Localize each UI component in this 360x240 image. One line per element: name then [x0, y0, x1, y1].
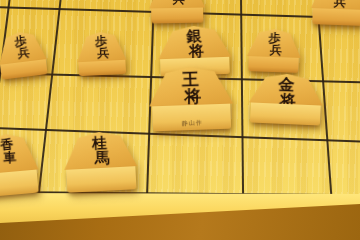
piece-pawn-left[interactable]: 歩兵: [0, 29, 49, 80]
piece-king[interactable]: 王将 静山作: [148, 66, 234, 132]
piece-pawn-far-center[interactable]: 歩兵: [149, 0, 206, 23]
piece-pawn-mid-right[interactable]: 歩兵: [246, 28, 301, 73]
maker-signature: 静山作: [152, 116, 231, 130]
board-front-edge: [0, 192, 360, 226]
piece-front-face: [250, 102, 320, 125]
piece-front-face: 静山作: [152, 104, 232, 132]
piece-top-face: 金将: [249, 72, 324, 105]
piece-top-face: 香車: [0, 132, 39, 175]
piece-top-face: 歩兵: [247, 28, 302, 58]
piece-pawn-mid-left[interactable]: 歩兵: [76, 31, 127, 77]
piece-knight[interactable]: 桂馬: [63, 130, 139, 193]
piece-front-face: [248, 56, 299, 73]
piece-front-face: [151, 8, 204, 24]
piece-top-face: 桂馬: [63, 130, 138, 170]
piece-gold-general[interactable]: 金将: [248, 72, 324, 125]
piece-front-face: [312, 8, 360, 26]
piece-lance[interactable]: 香車: [0, 132, 41, 198]
piece-front-face: [79, 60, 126, 76]
piece-front-face: [67, 166, 137, 193]
piece-top-face: 歩兵: [76, 31, 126, 63]
shogi-board-photo: 歩兵 歩兵 歩兵 歩兵 銀将 歩兵 王将: [0, 0, 360, 240]
piece-top-face: 王将: [148, 66, 233, 107]
piece-top-face: 銀将: [157, 25, 231, 60]
piece-pawn-far-right[interactable]: 歩兵: [310, 0, 360, 26]
